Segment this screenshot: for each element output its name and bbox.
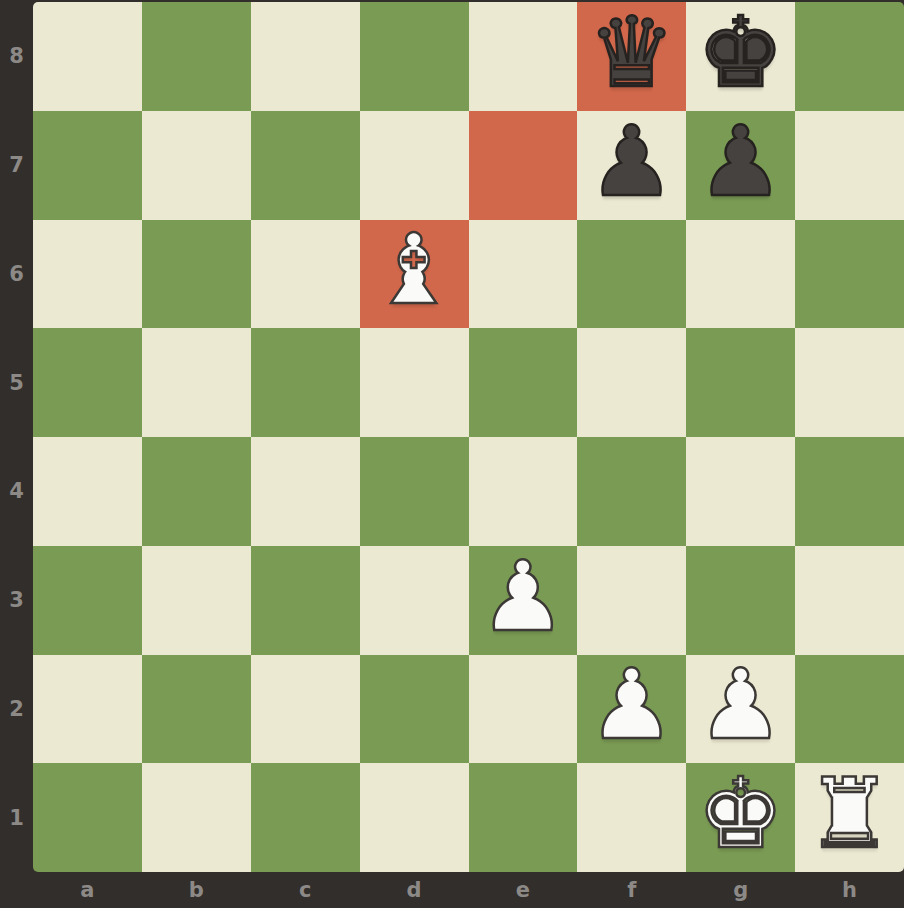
square-a8[interactable] (33, 2, 142, 111)
square-h5[interactable] (795, 328, 904, 437)
square-h7[interactable] (795, 111, 904, 220)
square-g5[interactable] (686, 328, 795, 437)
square-d1[interactable] (360, 763, 469, 872)
chess-board: ♛♚♟♟♝♟♟♟♚♜ (33, 2, 904, 872)
file-label-d: d (360, 872, 469, 908)
square-g4[interactable] (686, 437, 795, 546)
square-b1[interactable] (142, 763, 251, 872)
square-f3[interactable] (577, 546, 686, 655)
square-f7[interactable]: ♟ (577, 111, 686, 220)
square-e4[interactable] (469, 437, 578, 546)
square-d7[interactable] (360, 111, 469, 220)
square-f2[interactable]: ♟ (577, 655, 686, 764)
square-h2[interactable] (795, 655, 904, 764)
square-a1[interactable] (33, 763, 142, 872)
square-c4[interactable] (251, 437, 360, 546)
square-a3[interactable] (33, 546, 142, 655)
square-e5[interactable] (469, 328, 578, 437)
square-e3[interactable]: ♟ (469, 546, 578, 655)
square-a7[interactable] (33, 111, 142, 220)
square-e6[interactable] (469, 220, 578, 329)
square-g6[interactable] (686, 220, 795, 329)
rank-label-6: 6 (0, 220, 33, 329)
file-label-b: b (142, 872, 251, 908)
chess-board-app: 87654321 ♛♚♟♟♝♟♟♟♚♜ abcdefgh (0, 0, 904, 908)
square-f1[interactable] (577, 763, 686, 872)
square-g7[interactable]: ♟ (686, 111, 795, 220)
square-d2[interactable] (360, 655, 469, 764)
square-d5[interactable] (360, 328, 469, 437)
square-a2[interactable] (33, 655, 142, 764)
square-e2[interactable] (469, 655, 578, 764)
square-e7[interactable] (469, 111, 578, 220)
file-label-c: c (251, 872, 360, 908)
square-b6[interactable] (142, 220, 251, 329)
rank-label-4: 4 (0, 437, 33, 546)
square-b8[interactable] (142, 2, 251, 111)
square-b2[interactable] (142, 655, 251, 764)
square-h6[interactable] (795, 220, 904, 329)
rank-label-1: 1 (0, 763, 33, 872)
square-h3[interactable] (795, 546, 904, 655)
white-pawn-f2[interactable]: ♟ (588, 656, 675, 753)
square-h8[interactable] (795, 2, 904, 111)
square-c6[interactable] (251, 220, 360, 329)
square-f8[interactable]: ♛ (577, 2, 686, 111)
square-b4[interactable] (142, 437, 251, 546)
square-g3[interactable] (686, 546, 795, 655)
square-e8[interactable] (469, 2, 578, 111)
file-label-g: g (686, 872, 795, 908)
file-label-e: e (469, 872, 578, 908)
square-b3[interactable] (142, 546, 251, 655)
square-b7[interactable] (142, 111, 251, 220)
square-g2[interactable]: ♟ (686, 655, 795, 764)
square-c8[interactable] (251, 2, 360, 111)
square-b5[interactable] (142, 328, 251, 437)
rank-label-7: 7 (0, 111, 33, 220)
square-g1[interactable]: ♚ (686, 763, 795, 872)
white-king-g1[interactable]: ♚ (697, 765, 784, 862)
square-a6[interactable] (33, 220, 142, 329)
black-pawn-g7[interactable]: ♟ (697, 113, 784, 210)
square-a4[interactable] (33, 437, 142, 546)
square-d3[interactable] (360, 546, 469, 655)
square-h4[interactable] (795, 437, 904, 546)
square-d4[interactable] (360, 437, 469, 546)
black-king-g8[interactable]: ♚ (697, 4, 784, 101)
square-f5[interactable] (577, 328, 686, 437)
white-rook-h1[interactable]: ♜ (806, 765, 893, 862)
white-pawn-g2[interactable]: ♟ (697, 656, 784, 753)
square-f6[interactable] (577, 220, 686, 329)
square-h1[interactable]: ♜ (795, 763, 904, 872)
rank-labels: 87654321 (0, 2, 33, 872)
file-label-a: a (33, 872, 142, 908)
square-c7[interactable] (251, 111, 360, 220)
rank-label-3: 3 (0, 546, 33, 655)
file-labels: abcdefgh (33, 872, 904, 908)
square-e1[interactable] (469, 763, 578, 872)
white-pawn-e3[interactable]: ♟ (479, 548, 566, 645)
black-queen-f8[interactable]: ♛ (588, 4, 675, 101)
black-pawn-f7[interactable]: ♟ (588, 113, 675, 210)
square-g8[interactable]: ♚ (686, 2, 795, 111)
square-c5[interactable] (251, 328, 360, 437)
file-label-h: h (795, 872, 904, 908)
square-f4[interactable] (577, 437, 686, 546)
square-c3[interactable] (251, 546, 360, 655)
white-bishop-d6[interactable]: ♝ (371, 221, 458, 318)
square-d8[interactable] (360, 2, 469, 111)
square-a5[interactable] (33, 328, 142, 437)
square-c2[interactable] (251, 655, 360, 764)
rank-label-8: 8 (0, 2, 33, 111)
file-label-f: f (577, 872, 686, 908)
rank-label-2: 2 (0, 655, 33, 764)
square-c1[interactable] (251, 763, 360, 872)
rank-label-5: 5 (0, 328, 33, 437)
square-d6[interactable]: ♝ (360, 220, 469, 329)
